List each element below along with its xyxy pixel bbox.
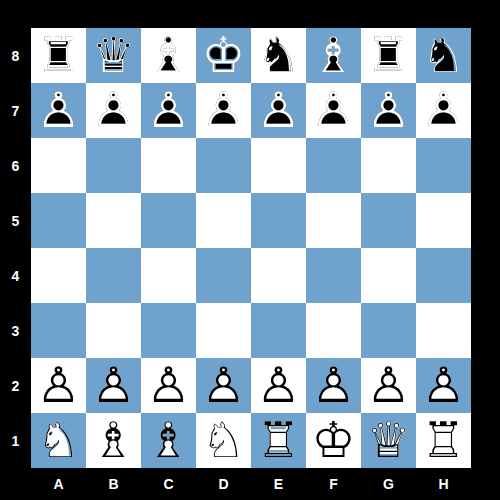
square-b3[interactable] xyxy=(86,303,141,358)
square-d7[interactable]: ♟♙ xyxy=(196,83,251,138)
piece-outline-glyph: ♘ xyxy=(251,28,306,83)
piece-outline-glyph: ♖ xyxy=(31,28,86,83)
piece-black-pawn[interactable]: ♟♙ xyxy=(141,83,196,138)
rank-labels: 87654321 xyxy=(0,28,31,468)
rank-label-6: 6 xyxy=(0,138,31,193)
square-c5[interactable] xyxy=(141,193,196,248)
piece-outline-glyph: ♙ xyxy=(196,358,251,413)
square-c3[interactable] xyxy=(141,303,196,358)
piece-white-pawn[interactable]: ♟♙ xyxy=(196,358,251,413)
file-label-d: D xyxy=(196,468,251,499)
square-b6[interactable] xyxy=(86,138,141,193)
file-label-h: H xyxy=(416,468,471,499)
square-a6[interactable] xyxy=(31,138,86,193)
square-g7[interactable]: ♟♙ xyxy=(361,83,416,138)
piece-outline-glyph: ♔ xyxy=(196,28,251,83)
piece-outline-glyph: ♙ xyxy=(141,358,196,413)
piece-outline-glyph: ♙ xyxy=(31,358,86,413)
square-g5[interactable] xyxy=(361,193,416,248)
square-f5[interactable] xyxy=(306,193,361,248)
piece-black-pawn[interactable]: ♟♙ xyxy=(31,83,86,138)
square-e7[interactable]: ♟♙ xyxy=(251,83,306,138)
square-e4[interactable] xyxy=(251,248,306,303)
square-f3[interactable] xyxy=(306,303,361,358)
square-h5[interactable] xyxy=(416,193,471,248)
square-a4[interactable] xyxy=(31,248,86,303)
piece-white-pawn[interactable]: ♟♙ xyxy=(86,358,141,413)
square-d2[interactable]: ♟♙ xyxy=(196,358,251,413)
square-h2[interactable]: ♟♙ xyxy=(416,358,471,413)
square-b8[interactable]: ♛♕ xyxy=(86,28,141,83)
piece-black-pawn[interactable]: ♟♙ xyxy=(86,83,141,138)
square-d6[interactable] xyxy=(196,138,251,193)
square-h4[interactable] xyxy=(416,248,471,303)
piece-white-rook[interactable]: ♜♖ xyxy=(416,413,471,468)
piece-outline-glyph: ♙ xyxy=(86,83,141,138)
rank-label-4: 4 xyxy=(0,248,31,303)
piece-white-pawn[interactable]: ♟♙ xyxy=(416,358,471,413)
piece-outline-glyph: ♙ xyxy=(86,358,141,413)
piece-black-pawn[interactable]: ♟♙ xyxy=(251,83,306,138)
piece-outline-glyph: ♔ xyxy=(306,413,361,468)
square-a3[interactable] xyxy=(31,303,86,358)
piece-white-knight[interactable]: ♞♘ xyxy=(31,413,86,468)
piece-black-rook[interactable]: ♜♖ xyxy=(31,28,86,83)
square-a7[interactable]: ♟♙ xyxy=(31,83,86,138)
piece-white-pawn[interactable]: ♟♙ xyxy=(31,358,86,413)
piece-black-bishop[interactable]: ♝♗ xyxy=(306,28,361,83)
square-c4[interactable] xyxy=(141,248,196,303)
square-d5[interactable] xyxy=(196,193,251,248)
piece-outline-glyph: ♙ xyxy=(306,358,361,413)
piece-outline-glyph: ♙ xyxy=(361,358,416,413)
piece-white-bishop[interactable]: ♝♗ xyxy=(141,413,196,468)
square-h7[interactable]: ♟♙ xyxy=(416,83,471,138)
square-g8[interactable]: ♜♖ xyxy=(361,28,416,83)
square-f6[interactable] xyxy=(306,138,361,193)
square-b7[interactable]: ♟♙ xyxy=(86,83,141,138)
square-h6[interactable] xyxy=(416,138,471,193)
rank-label-7: 7 xyxy=(0,83,31,138)
rank-label-1: 1 xyxy=(0,413,31,468)
square-e2[interactable]: ♟♙ xyxy=(251,358,306,413)
piece-outline-glyph: ♗ xyxy=(86,413,141,468)
square-h1[interactable]: ♜♖ xyxy=(416,413,471,468)
piece-black-pawn[interactable]: ♟♙ xyxy=(196,83,251,138)
square-d4[interactable] xyxy=(196,248,251,303)
file-label-f: F xyxy=(306,468,361,499)
square-a2[interactable]: ♟♙ xyxy=(31,358,86,413)
square-f1[interactable]: ♚♔ xyxy=(306,413,361,468)
piece-outline-glyph: ♙ xyxy=(416,83,471,138)
square-b5[interactable] xyxy=(86,193,141,248)
piece-outline-glyph: ♘ xyxy=(196,413,251,468)
piece-black-pawn[interactable]: ♟♙ xyxy=(306,83,361,138)
piece-black-king[interactable]: ♚♔ xyxy=(196,28,251,83)
piece-black-pawn[interactable]: ♟♙ xyxy=(361,83,416,138)
rank-label-8: 8 xyxy=(0,28,31,83)
square-a1[interactable]: ♞♘ xyxy=(31,413,86,468)
square-g6[interactable] xyxy=(361,138,416,193)
piece-white-knight[interactable]: ♞♘ xyxy=(196,413,251,468)
square-d8[interactable]: ♚♔ xyxy=(196,28,251,83)
square-a5[interactable] xyxy=(31,193,86,248)
square-g4[interactable] xyxy=(361,248,416,303)
square-f2[interactable]: ♟♙ xyxy=(306,358,361,413)
piece-outline-glyph: ♖ xyxy=(416,413,471,468)
piece-outline-glyph: ♙ xyxy=(306,83,361,138)
file-label-a: A xyxy=(31,468,86,499)
piece-outline-glyph: ♖ xyxy=(361,28,416,83)
square-f4[interactable] xyxy=(306,248,361,303)
piece-outline-glyph: ♘ xyxy=(31,413,86,468)
piece-black-bishop[interactable]: ♝♗ xyxy=(141,28,196,83)
square-g3[interactable] xyxy=(361,303,416,358)
square-e6[interactable] xyxy=(251,138,306,193)
square-c1[interactable]: ♝♗ xyxy=(141,413,196,468)
piece-white-pawn[interactable]: ♟♙ xyxy=(361,358,416,413)
piece-outline-glyph: ♗ xyxy=(141,28,196,83)
square-e5[interactable] xyxy=(251,193,306,248)
piece-black-rook[interactable]: ♜♖ xyxy=(361,28,416,83)
square-g1[interactable]: ♛♕ xyxy=(361,413,416,468)
rank-label-3: 3 xyxy=(0,303,31,358)
square-h3[interactable] xyxy=(416,303,471,358)
square-g2[interactable]: ♟♙ xyxy=(361,358,416,413)
rank-label-2: 2 xyxy=(0,358,31,413)
file-label-b: B xyxy=(86,468,141,499)
piece-white-rook[interactable]: ♜♖ xyxy=(251,413,306,468)
square-f7[interactable]: ♟♙ xyxy=(306,83,361,138)
chess-board: ♜♖♛♕♝♗♚♔♞♘♝♗♜♖♞♘♟♙♟♙♟♙♟♙♟♙♟♙♟♙♟♙♟♙♟♙♟♙♟♙… xyxy=(31,28,471,468)
piece-white-king[interactable]: ♚♔ xyxy=(306,413,361,468)
piece-white-bishop[interactable]: ♝♗ xyxy=(86,413,141,468)
piece-outline-glyph: ♕ xyxy=(86,28,141,83)
piece-outline-glyph: ♖ xyxy=(251,413,306,468)
square-b2[interactable]: ♟♙ xyxy=(86,358,141,413)
square-d1[interactable]: ♞♘ xyxy=(196,413,251,468)
piece-white-queen[interactable]: ♛♕ xyxy=(361,413,416,468)
file-label-c: C xyxy=(141,468,196,499)
piece-white-pawn[interactable]: ♟♙ xyxy=(141,358,196,413)
piece-black-knight[interactable]: ♞♘ xyxy=(251,28,306,83)
piece-outline-glyph: ♙ xyxy=(196,83,251,138)
rank-label-5: 5 xyxy=(0,193,31,248)
chess-diagram: 87654321 ABCDEFGH ♜♖♛♕♝♗♚♔♞♘♝♗♜♖♞♘♟♙♟♙♟♙… xyxy=(0,0,500,500)
piece-outline-glyph: ♙ xyxy=(141,83,196,138)
square-h8[interactable]: ♞♘ xyxy=(416,28,471,83)
piece-white-pawn[interactable]: ♟♙ xyxy=(251,358,306,413)
square-b4[interactable] xyxy=(86,248,141,303)
square-c7[interactable]: ♟♙ xyxy=(141,83,196,138)
piece-outline-glyph: ♗ xyxy=(306,28,361,83)
piece-black-knight[interactable]: ♞♘ xyxy=(416,28,471,83)
piece-black-queen[interactable]: ♛♕ xyxy=(86,28,141,83)
square-e1[interactable]: ♜♖ xyxy=(251,413,306,468)
square-c8[interactable]: ♝♗ xyxy=(141,28,196,83)
square-b1[interactable]: ♝♗ xyxy=(86,413,141,468)
piece-black-pawn[interactable]: ♟♙ xyxy=(416,83,471,138)
piece-outline-glyph: ♙ xyxy=(416,358,471,413)
piece-outline-glyph: ♙ xyxy=(361,83,416,138)
piece-outline-glyph: ♙ xyxy=(251,83,306,138)
square-c2[interactable]: ♟♙ xyxy=(141,358,196,413)
square-e8[interactable]: ♞♘ xyxy=(251,28,306,83)
piece-outline-glyph: ♗ xyxy=(141,413,196,468)
piece-outline-glyph: ♙ xyxy=(251,358,306,413)
square-d3[interactable] xyxy=(196,303,251,358)
piece-outline-glyph: ♘ xyxy=(416,28,471,83)
square-f8[interactable]: ♝♗ xyxy=(306,28,361,83)
square-a8[interactable]: ♜♖ xyxy=(31,28,86,83)
file-label-g: G xyxy=(361,468,416,499)
square-e3[interactable] xyxy=(251,303,306,358)
file-labels: ABCDEFGH xyxy=(31,468,471,499)
piece-white-pawn[interactable]: ♟♙ xyxy=(306,358,361,413)
piece-outline-glyph: ♙ xyxy=(31,83,86,138)
piece-outline-glyph: ♕ xyxy=(361,413,416,468)
square-c6[interactable] xyxy=(141,138,196,193)
file-label-e: E xyxy=(251,468,306,499)
